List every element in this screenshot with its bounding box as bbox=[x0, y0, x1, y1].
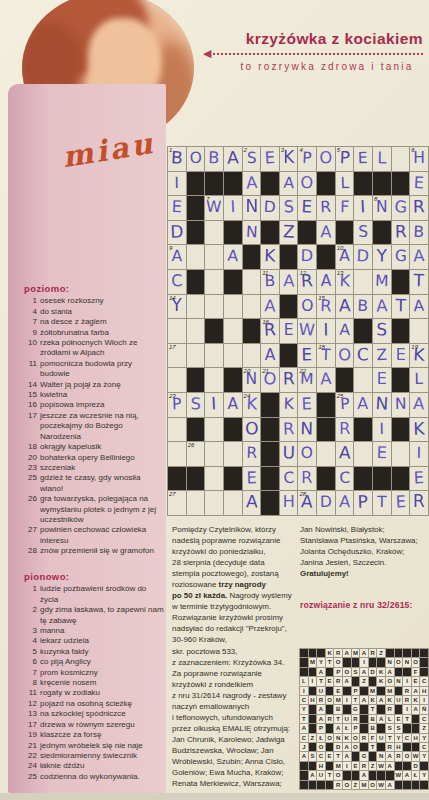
sol-cell-r13c14: D bbox=[412, 762, 420, 770]
contest-text-line: Jan Chrunik, Karolewo; Jadwiga bbox=[172, 734, 298, 745]
cell-r12c5[interactable]: O bbox=[243, 418, 261, 442]
arrow-left-icon: ◀ bbox=[203, 47, 211, 60]
cell-r9c4[interactable] bbox=[224, 344, 242, 368]
contest-rules-text: Pomiędzy Czytelników, którzynadeślą popr… bbox=[172, 524, 298, 789]
cell-r7c11[interactable]: B bbox=[354, 295, 372, 319]
cell-r5c6[interactable]: K bbox=[261, 245, 279, 269]
sol-cell-r14c3: U bbox=[317, 771, 325, 779]
cell-r11c6-black bbox=[261, 393, 279, 417]
cell-r7c9[interactable]: 15R bbox=[317, 295, 335, 319]
cell-r3c2-black bbox=[187, 196, 205, 220]
handwritten-letter: E bbox=[373, 369, 392, 391]
sol-cell-r1c15-black bbox=[420, 649, 428, 657]
cell-r2c9-black bbox=[317, 172, 335, 196]
cell-r14c14[interactable]: E bbox=[410, 467, 428, 491]
sol-cell-r15c7: Z bbox=[352, 781, 360, 789]
cell-r15c2[interactable] bbox=[187, 491, 205, 515]
cell-r9c8[interactable]: E bbox=[298, 344, 316, 368]
cell-r5c8[interactable]: D bbox=[298, 245, 316, 269]
cell-r4c3[interactable] bbox=[205, 221, 223, 245]
cell-r6c11[interactable] bbox=[354, 270, 372, 294]
cell-r3c8[interactable]: E bbox=[298, 196, 316, 220]
cell-r12c9-black bbox=[317, 418, 335, 442]
cell-r9c9[interactable]: 18T bbox=[317, 344, 335, 368]
cell-r11c4[interactable]: A bbox=[224, 393, 242, 417]
handwritten-letter: N bbox=[242, 196, 261, 219]
cell-r6c9[interactable]: A bbox=[317, 270, 335, 294]
sol-cell-r11c13-black bbox=[403, 743, 411, 751]
cell-r13c11[interactable] bbox=[354, 442, 372, 466]
across-clue-4: 4do siania bbox=[24, 307, 164, 317]
cell-r8c14[interactable] bbox=[410, 319, 428, 343]
cell-r9c10[interactable]: O bbox=[336, 344, 354, 368]
cell-r9c14[interactable]: 19K bbox=[410, 344, 428, 368]
clue-number: 28 bbox=[24, 546, 37, 556]
cell-r10c8[interactable]: 22M bbox=[298, 368, 316, 392]
cell-r3c3[interactable]: 7W bbox=[205, 196, 223, 220]
handwritten-letter: C bbox=[336, 468, 354, 489]
clue-text: popisowa impreza bbox=[40, 400, 164, 410]
cell-r7c8[interactable]: O bbox=[298, 295, 316, 319]
cell-r13c7[interactable]: U bbox=[280, 442, 298, 466]
cell-r5c11[interactable]: D bbox=[354, 245, 372, 269]
cell-r4c7[interactable]: Z bbox=[280, 221, 298, 245]
cell-r9c1[interactable]: 17 bbox=[168, 344, 186, 368]
cell-r1c7[interactable]: 3K bbox=[280, 147, 298, 171]
cell-r14c10[interactable]: C bbox=[336, 467, 354, 491]
down-clue-25: 25codzienna do wykonywania. bbox=[24, 772, 164, 782]
cell-r8c12[interactable]: S bbox=[373, 319, 391, 343]
cell-r10c11[interactable] bbox=[354, 368, 372, 392]
clue-text: kwietna bbox=[40, 390, 164, 400]
handwritten-letter: F bbox=[335, 197, 354, 219]
cell-r7c14[interactable]: A bbox=[410, 295, 428, 319]
cell-r9c13[interactable]: E bbox=[392, 344, 410, 368]
page-subtitle: to rozrywka zdrowa i tania bbox=[228, 61, 426, 72]
cell-r4c9[interactable]: A bbox=[317, 221, 335, 245]
cell-r13c10[interactable]: A bbox=[336, 442, 354, 466]
sol-cell-r7c8-black bbox=[360, 705, 368, 713]
cell-r15c7[interactable]: H bbox=[280, 491, 298, 515]
cell-r1c11[interactable]: E bbox=[354, 147, 372, 171]
sol-cell-r4c15: C bbox=[420, 677, 428, 685]
cell-r1c3[interactable]: B bbox=[205, 147, 223, 171]
cell-r4c12-black bbox=[373, 221, 391, 245]
cell-r6c8[interactable]: 12R bbox=[298, 270, 316, 294]
sol-cell-r11c12: H bbox=[395, 743, 403, 751]
cell-r10c5[interactable]: 20N bbox=[243, 368, 261, 392]
clue-number: 13 bbox=[24, 709, 37, 719]
handwritten-letter: T bbox=[373, 492, 391, 513]
cell-r2c11-black bbox=[354, 172, 372, 196]
cell-r2c8[interactable]: O bbox=[298, 172, 316, 196]
cell-r11c7[interactable]: K bbox=[280, 393, 298, 417]
cell-r14c8[interactable]: R bbox=[298, 467, 316, 491]
sol-cell-r2c5: O bbox=[334, 658, 342, 666]
handwritten-letter: A bbox=[223, 147, 243, 171]
cell-r11c12[interactable]: N bbox=[373, 393, 391, 417]
handwritten-letter: R bbox=[317, 197, 335, 219]
cell-r6c4-black bbox=[224, 270, 242, 294]
cell-r3c14[interactable]: R bbox=[410, 196, 428, 220]
cell-r2c5[interactable]: A bbox=[243, 172, 261, 196]
sol-cell-r15c12-black bbox=[395, 781, 403, 789]
cell-r1c2[interactable]: O bbox=[187, 147, 205, 171]
sol-cell-r10c8: R bbox=[360, 734, 368, 742]
sol-cell-r13c10: W bbox=[377, 762, 385, 770]
sol-cell-r3c1-black bbox=[300, 668, 308, 676]
cell-r10c3[interactable] bbox=[205, 368, 223, 392]
cell-r14c5[interactable]: E bbox=[243, 467, 261, 491]
cell-r14c3[interactable] bbox=[205, 467, 223, 491]
handwritten-letter: T bbox=[391, 294, 411, 317]
cell-r11c11[interactable]: A bbox=[354, 393, 372, 417]
cell-r6c14[interactable]: T bbox=[410, 270, 428, 294]
cell-r7c13[interactable]: T bbox=[392, 295, 410, 319]
sol-cell-r13c12-black bbox=[395, 762, 403, 770]
handwritten-letter: O bbox=[317, 147, 336, 169]
across-clue-28: 28znów przemienił się w gramofon bbox=[24, 546, 164, 556]
cell-r9c12[interactable]: Z bbox=[373, 344, 391, 368]
sol-cell-r14c10-black bbox=[377, 771, 385, 779]
sol-cell-r1c13-black bbox=[403, 649, 411, 657]
sol-cell-r14c15: Y bbox=[420, 771, 428, 779]
sol-cell-r7c2-black bbox=[309, 705, 317, 713]
sol-cell-r11c2-black bbox=[309, 743, 317, 751]
cell-r15c4[interactable] bbox=[224, 491, 242, 515]
cell-r7c6[interactable]: A bbox=[261, 295, 279, 319]
handwritten-letter: A bbox=[261, 345, 279, 366]
cell-r6c12[interactable]: M bbox=[373, 270, 391, 294]
cell-r4c5[interactable]: N bbox=[243, 221, 261, 245]
sol-cell-r7c4-black bbox=[326, 705, 334, 713]
contest-text-line: Renata Merkiewicz, Warszawa; bbox=[172, 778, 298, 789]
contest-text-line: z zaznaczeniem: Krzyżówka 34. bbox=[172, 657, 298, 668]
cell-r1c9[interactable]: O bbox=[317, 147, 335, 171]
handwritten-letter: B bbox=[261, 271, 279, 293]
sol-cell-r15c8: M bbox=[360, 781, 368, 789]
cell-r3c10[interactable]: F bbox=[336, 196, 354, 220]
handwritten-letter: P bbox=[298, 148, 317, 170]
cell-r11c5[interactable]: 24K bbox=[243, 393, 261, 417]
cell-r11c1[interactable]: 23P bbox=[168, 393, 186, 417]
cell-r6c1[interactable]: C bbox=[168, 270, 186, 294]
cell-r1c10[interactable]: 5P bbox=[336, 147, 354, 171]
handwritten-letter: A bbox=[317, 221, 336, 243]
winner-line: Janina Jesień, Szczecin. bbox=[300, 557, 428, 568]
cell-r5c9-black bbox=[317, 245, 335, 269]
cell-r15c12[interactable]: T bbox=[373, 491, 391, 515]
clue-text: klaszcze za forsę bbox=[40, 730, 164, 740]
handwritten-letter: R bbox=[391, 221, 411, 244]
cell-r6c6[interactable]: 11B bbox=[261, 270, 279, 294]
sol-cell-r4c9-black bbox=[369, 677, 377, 685]
cell-r10c7[interactable]: R bbox=[280, 368, 298, 392]
cell-r1c4[interactable]: A bbox=[224, 147, 242, 171]
cell-r1c6[interactable]: E bbox=[261, 147, 279, 171]
contest-text-line: z nru 31/2614 nagrody - zestawy bbox=[172, 690, 298, 701]
handwritten-letter: A bbox=[335, 492, 354, 515]
sol-cell-r2c8: I bbox=[360, 658, 368, 666]
cell-r3c5[interactable]: N bbox=[243, 196, 261, 220]
cell-r2c14[interactable]: E bbox=[410, 172, 428, 196]
cell-r2c1[interactable]: I bbox=[168, 172, 186, 196]
cell-r8c4[interactable] bbox=[224, 319, 242, 343]
handwritten-letter: D bbox=[317, 492, 335, 513]
cell-r15c1[interactable]: 27 bbox=[168, 491, 186, 515]
sol-cell-r15c2-black bbox=[309, 781, 317, 789]
handwritten-letter: E bbox=[167, 196, 186, 219]
cell-r9c11[interactable]: C bbox=[354, 344, 372, 368]
sol-cell-r9c9: B bbox=[369, 724, 377, 732]
cell-r5c12[interactable]: Y bbox=[373, 245, 391, 269]
cell-r15c14[interactable]: R bbox=[410, 491, 428, 515]
handwritten-letter: L bbox=[372, 147, 391, 169]
cell-r2c10[interactable]: L bbox=[336, 172, 354, 196]
sol-cell-r10c15: Y bbox=[420, 734, 428, 742]
across-clue-1: 1osesek rozkoszny bbox=[24, 296, 164, 306]
handwritten-letter: A bbox=[372, 295, 391, 318]
clue-number: 15 bbox=[24, 390, 37, 400]
magazine-crossword-page: krzyżówka z kociakiem ◀ to rozrywka zdro… bbox=[0, 0, 429, 800]
cell-r7c4[interactable] bbox=[224, 295, 242, 319]
across-clue-11: 11pomocnicza budowla przy budowie bbox=[24, 359, 164, 380]
cell-r13c1[interactable] bbox=[168, 442, 186, 466]
cell-r13c4[interactable] bbox=[224, 442, 242, 466]
cell-r10c14[interactable]: L bbox=[410, 368, 428, 392]
contest-text-line: 28 sierpnia (decyduje data bbox=[172, 557, 298, 568]
sol-cell-r12c7-black bbox=[352, 752, 360, 760]
sol-cell-r11c5: D bbox=[334, 743, 342, 751]
sol-cell-r13c1-black bbox=[300, 762, 308, 770]
cell-r7c12[interactable]: A bbox=[373, 295, 391, 319]
sol-cell-r3c8: A bbox=[360, 668, 368, 676]
cell-r8c1[interactable] bbox=[168, 319, 186, 343]
cell-r10c13-black bbox=[392, 368, 410, 392]
cell-r15c3[interactable] bbox=[205, 491, 223, 515]
sol-cell-r2c15-black bbox=[420, 658, 428, 666]
handwritten-letter: R bbox=[409, 491, 428, 514]
cell-r7c1[interactable]: 14Y bbox=[168, 295, 186, 319]
clue-text: gdzież te czasy, gdy wnosiła wiano! bbox=[40, 473, 164, 494]
cell-r4c14[interactable]: B bbox=[410, 221, 428, 245]
sol-cell-r15c11: A bbox=[386, 781, 394, 789]
sol-cell-r3c3: A bbox=[317, 668, 325, 676]
cell-r3c11[interactable]: I bbox=[354, 196, 372, 220]
cell-r5c2[interactable] bbox=[187, 245, 205, 269]
handwritten-letter: T bbox=[409, 270, 429, 293]
sol-cell-r13c11: A bbox=[386, 762, 394, 770]
handwritten-letter: N bbox=[373, 197, 391, 218]
handwritten-letter: A bbox=[241, 491, 261, 514]
sol-cell-r8c11: L bbox=[386, 715, 394, 723]
sol-cell-r12c5: T bbox=[334, 752, 342, 760]
winner-line: Gratulujemy! bbox=[300, 568, 428, 579]
sol-cell-r13c5: M bbox=[334, 762, 342, 770]
sol-cell-r7c14: A bbox=[412, 705, 420, 713]
cell-r6c5[interactable] bbox=[243, 270, 261, 294]
cell-r4c1[interactable]: D bbox=[168, 221, 186, 245]
cell-r13c13[interactable] bbox=[392, 442, 410, 466]
cell-r13c9[interactable] bbox=[317, 442, 335, 466]
cell-r13c12[interactable]: E bbox=[373, 442, 391, 466]
cell-r3c1[interactable]: E bbox=[168, 196, 186, 220]
cell-r3c12[interactable]: 8N bbox=[373, 196, 391, 220]
cell-r7c10[interactable]: A bbox=[336, 295, 354, 319]
cell-r3c6[interactable]: D bbox=[261, 196, 279, 220]
down-clue-19: 19klaszcze za forsę bbox=[24, 730, 164, 740]
cell-r7c2[interactable] bbox=[187, 295, 205, 319]
handwritten-letter: O bbox=[298, 172, 317, 194]
cell-r3c7[interactable]: S bbox=[280, 196, 298, 220]
cell-r15c5[interactable]: A bbox=[243, 491, 261, 515]
sol-cell-r15c13-black bbox=[403, 781, 411, 789]
down-clue-1: 1ludzie pozbawieni środków do życia bbox=[24, 584, 164, 605]
cell-r15c8[interactable]: 28A bbox=[298, 491, 316, 515]
contest-text-line: nadeślą poprawne rozwiązanie bbox=[172, 535, 298, 546]
clue-text: kuzynka fałdy bbox=[40, 647, 164, 657]
cell-r15c11[interactable]: P bbox=[354, 491, 372, 515]
sol-cell-r14c13: A bbox=[403, 771, 411, 779]
cell-r1c14[interactable]: 6H bbox=[410, 147, 428, 171]
sol-cell-r15c3-black bbox=[317, 781, 325, 789]
cell-r9c7-black bbox=[280, 344, 298, 368]
cell-r8c8[interactable]: W bbox=[298, 319, 316, 343]
cell-r3c9[interactable]: R bbox=[317, 196, 335, 220]
handwritten-letter: S bbox=[372, 319, 392, 342]
cell-r10c9[interactable]: A bbox=[317, 368, 335, 392]
cell-r4c13[interactable]: R bbox=[392, 221, 410, 245]
cell-r1c1[interactable]: 1B bbox=[168, 147, 186, 171]
cell-r7c5[interactable] bbox=[243, 295, 261, 319]
sol-cell-r9c8-black bbox=[360, 724, 368, 732]
contest-text-line: Rozwiązanie krzyżówki prosimy bbox=[172, 612, 298, 623]
cell-r12c1[interactable] bbox=[168, 418, 186, 442]
handwritten-letter: P bbox=[353, 491, 373, 515]
cell-r3c4[interactable]: I bbox=[224, 196, 242, 220]
cell-r15c10[interactable]: A bbox=[336, 491, 354, 515]
cell-r10c12[interactable]: E bbox=[373, 368, 391, 392]
clue-number: 17 bbox=[24, 720, 37, 730]
cell-r13c14[interactable]: I bbox=[410, 442, 428, 466]
winners-text: Jan Nowiński, Białystok;Stanisława Ptasi… bbox=[300, 524, 428, 579]
cell-r11c14[interactable]: A bbox=[410, 393, 428, 417]
cell-r15c9[interactable]: D bbox=[317, 491, 335, 515]
sol-cell-r15c4-black bbox=[326, 781, 334, 789]
cell-r5c1[interactable]: 9A bbox=[168, 245, 186, 269]
sol-cell-r8c3: A bbox=[317, 715, 325, 723]
handwritten-letter: A bbox=[410, 246, 429, 269]
cell-r4c11[interactable]: S bbox=[354, 221, 372, 245]
cell-r5c13[interactable]: G bbox=[392, 245, 410, 269]
handwritten-letter: E bbox=[297, 344, 317, 367]
cell-r14c7[interactable]: C bbox=[280, 467, 298, 491]
cell-r11c8[interactable]: E bbox=[298, 393, 316, 417]
cell-r12c8[interactable]: N bbox=[298, 418, 316, 442]
cell-r8c6[interactable]: 16R bbox=[261, 319, 279, 343]
down-clue-11: 11rogaty w zodiaku bbox=[24, 688, 164, 698]
cell-r11c3[interactable]: I bbox=[205, 393, 223, 417]
cell-r12c10[interactable]: R bbox=[336, 418, 354, 442]
cell-r5c3[interactable] bbox=[205, 245, 223, 269]
cell-r12c3[interactable] bbox=[205, 418, 223, 442]
cell-r3c13[interactable]: G bbox=[392, 196, 410, 220]
sol-cell-r15c6: O bbox=[343, 781, 351, 789]
cell-r15c13[interactable]: E bbox=[392, 491, 410, 515]
cell-r7c3[interactable] bbox=[205, 295, 223, 319]
cell-r12c12[interactable]: I bbox=[373, 418, 391, 442]
handwritten-letter: B bbox=[354, 295, 372, 317]
cell-r9c3[interactable] bbox=[205, 344, 223, 368]
sol-cell-r1c7: M bbox=[352, 649, 360, 657]
cell-r5c10[interactable]: 10A bbox=[336, 245, 354, 269]
cell-r13c5[interactable]: R bbox=[243, 442, 261, 466]
sol-cell-r2c6-black bbox=[343, 658, 351, 666]
handwritten-letter: E bbox=[280, 320, 298, 341]
cell-r8c2[interactable] bbox=[187, 319, 205, 343]
handwritten-letter: Y bbox=[167, 295, 186, 318]
sol-cell-r11c11: R bbox=[386, 743, 394, 751]
sol-cell-r8c6: U bbox=[343, 715, 351, 723]
cell-r9c6[interactable]: A bbox=[261, 344, 279, 368]
sol-cell-r1c4: K bbox=[326, 649, 334, 657]
cell-r1c12[interactable]: L bbox=[373, 147, 391, 171]
sol-cell-r4c4: E bbox=[326, 677, 334, 685]
cell-r12c14[interactable]: K bbox=[410, 418, 428, 442]
cell-r13c3[interactable] bbox=[205, 442, 223, 466]
cell-r13c2[interactable]: 26 bbox=[187, 442, 205, 466]
handwritten-letter: S bbox=[186, 393, 205, 415]
sol-cell-r5c6-black bbox=[343, 687, 351, 695]
cell-r1c13[interactable] bbox=[392, 147, 410, 171]
cell-r6c3[interactable] bbox=[205, 270, 223, 294]
cell-r5c14[interactable]: A bbox=[410, 245, 428, 269]
sol-cell-r4c1: L bbox=[300, 677, 308, 685]
sol-cell-r6c1: C bbox=[300, 696, 308, 704]
cell-r13c8[interactable]: O bbox=[298, 442, 316, 466]
cell-r2c7[interactable]: A bbox=[280, 172, 298, 196]
cell-r10c6[interactable]: 21O bbox=[261, 368, 279, 392]
clue-label-27: 27 bbox=[169, 491, 176, 497]
cell-r6c10[interactable]: 13K bbox=[336, 270, 354, 294]
cell-r1c5[interactable]: 2S bbox=[243, 147, 261, 171]
sol-cell-r4c3: T bbox=[317, 677, 325, 685]
cell-r10c1[interactable] bbox=[168, 368, 186, 392]
cell-r1c8[interactable]: 4P bbox=[298, 147, 316, 171]
cell-r11c13[interactable]: N bbox=[392, 393, 410, 417]
contest-text-line: Budziszewska, Wrocław; Jan bbox=[172, 745, 298, 756]
cell-r11c2[interactable]: S bbox=[187, 393, 205, 417]
page-title: krzyżówka z kociakiem bbox=[183, 30, 423, 48]
cell-r8c9[interactable]: I bbox=[317, 319, 335, 343]
handwritten-letter: R bbox=[242, 443, 260, 465]
cell-r11c10[interactable]: 25P bbox=[336, 393, 354, 417]
cell-r6c7[interactable]: A bbox=[280, 270, 298, 294]
handwritten-letter: N bbox=[392, 394, 410, 415]
clue-number: 20 bbox=[24, 453, 37, 463]
handwritten-letter: Y bbox=[372, 245, 392, 268]
cell-r9c2[interactable] bbox=[187, 344, 205, 368]
cell-r8c7[interactable]: E bbox=[280, 319, 298, 343]
sol-cell-r6c3: R bbox=[317, 696, 325, 704]
cell-r8c10[interactable]: A bbox=[336, 319, 354, 343]
sol-cell-r6c10: A bbox=[377, 696, 385, 704]
cell-r9c5[interactable] bbox=[243, 344, 261, 368]
cell-r5c4[interactable]: A bbox=[224, 245, 242, 269]
clue-number: 24 bbox=[24, 761, 37, 771]
sol-cell-r10c1: C bbox=[300, 734, 308, 742]
cell-r12c7[interactable]: R bbox=[280, 418, 298, 442]
